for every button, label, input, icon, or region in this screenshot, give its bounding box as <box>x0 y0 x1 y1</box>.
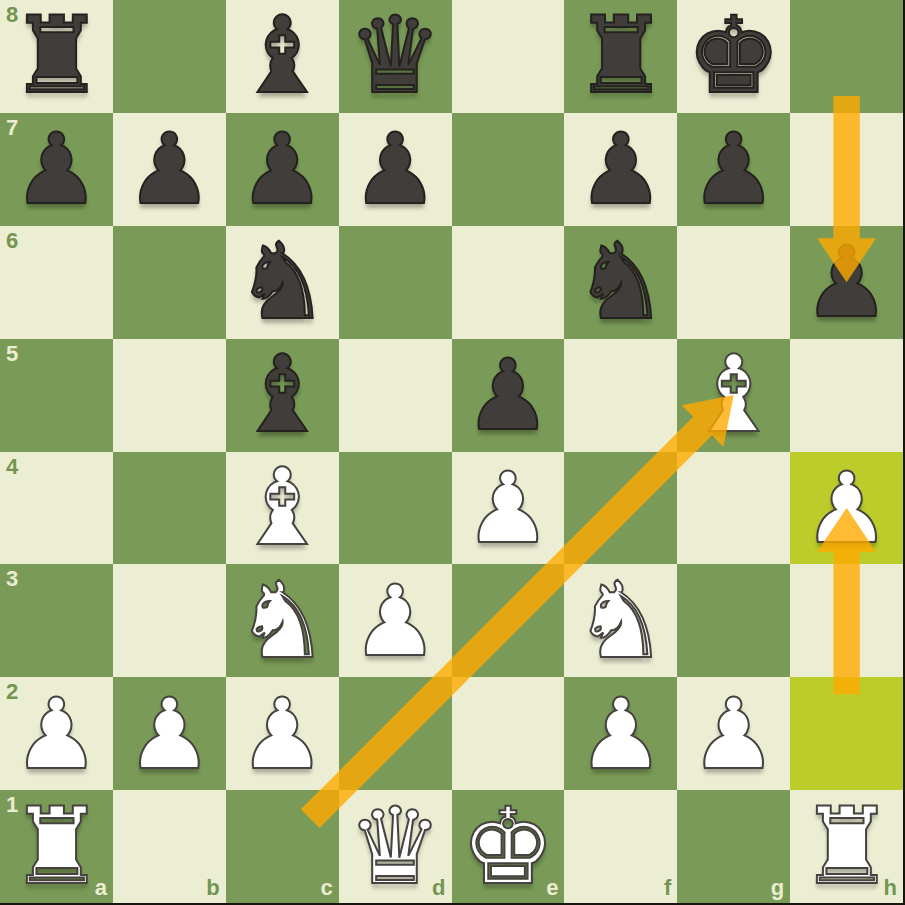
piece-white-rook[interactable]: ♜ <box>0 790 113 903</box>
piece-black-pawn[interactable]: ♟ <box>452 339 565 452</box>
coord-rank-4: 4 <box>6 456 18 478</box>
square-f7[interactable]: ♟ <box>564 113 677 226</box>
square-d4[interactable] <box>339 452 452 565</box>
square-e4[interactable]: ♟ <box>452 452 565 565</box>
square-d8[interactable]: ♛ <box>339 0 452 113</box>
square-b2[interactable]: ♟ <box>113 677 226 790</box>
piece-black-bishop[interactable]: ♝ <box>226 339 339 452</box>
square-c7[interactable]: ♟ <box>226 113 339 226</box>
square-g1[interactable]: g <box>677 790 790 903</box>
coord-file-c: c <box>320 877 332 899</box>
square-h5[interactable] <box>790 339 903 452</box>
square-a1[interactable]: 1a♜ <box>0 790 113 903</box>
square-b7[interactable]: ♟ <box>113 113 226 226</box>
square-b3[interactable] <box>113 564 226 677</box>
piece-black-pawn[interactable]: ♟ <box>113 113 226 226</box>
piece-white-pawn[interactable]: ♟ <box>0 677 113 790</box>
square-a6[interactable]: 6 <box>0 226 113 339</box>
piece-black-pawn[interactable]: ♟ <box>790 226 903 339</box>
square-b1[interactable]: b <box>113 790 226 903</box>
piece-white-rook[interactable]: ♜ <box>790 790 903 903</box>
square-g5[interactable]: ♝ <box>677 339 790 452</box>
piece-white-queen[interactable]: ♛ <box>339 790 452 903</box>
piece-black-pawn[interactable]: ♟ <box>226 113 339 226</box>
square-b4[interactable] <box>113 452 226 565</box>
piece-white-bishop[interactable]: ♝ <box>677 339 790 452</box>
square-d2[interactable] <box>339 677 452 790</box>
piece-black-pawn[interactable]: ♟ <box>339 113 452 226</box>
piece-black-pawn[interactable]: ♟ <box>677 113 790 226</box>
square-b6[interactable] <box>113 226 226 339</box>
piece-white-pawn[interactable]: ♟ <box>113 677 226 790</box>
square-h6[interactable]: ♟ <box>790 226 903 339</box>
square-a8[interactable]: 8♜ <box>0 0 113 113</box>
piece-white-bishop[interactable]: ♝ <box>226 452 339 565</box>
square-a4[interactable]: 4 <box>0 452 113 565</box>
piece-black-knight[interactable]: ♞ <box>564 226 677 339</box>
piece-black-rook[interactable]: ♜ <box>564 0 677 113</box>
square-e2[interactable] <box>452 677 565 790</box>
square-e5[interactable]: ♟ <box>452 339 565 452</box>
piece-white-pawn[interactable]: ♟ <box>452 452 565 565</box>
coord-file-f: f <box>664 877 671 899</box>
square-e8[interactable] <box>452 0 565 113</box>
square-g3[interactable] <box>677 564 790 677</box>
square-c2[interactable]: ♟ <box>226 677 339 790</box>
square-d1[interactable]: d♛ <box>339 790 452 903</box>
piece-white-knight[interactable]: ♞ <box>226 564 339 677</box>
square-f2[interactable]: ♟ <box>564 677 677 790</box>
piece-black-queen[interactable]: ♛ <box>339 0 452 113</box>
coord-rank-3: 3 <box>6 568 18 590</box>
chess-board-stage: 8♜♝♛♜♚7♟♟♟♟♟♟6♞♞♟5♝♟♝4♝♟♟3♞♟♞2♟♟♟♟♟1a♜bc… <box>0 0 905 905</box>
square-e6[interactable] <box>452 226 565 339</box>
square-h1[interactable]: h♜ <box>790 790 903 903</box>
square-b8[interactable] <box>113 0 226 113</box>
square-e1[interactable]: e♚ <box>452 790 565 903</box>
coord-file-b: b <box>206 877 219 899</box>
piece-black-rook[interactable]: ♜ <box>0 0 113 113</box>
square-h8[interactable] <box>790 0 903 113</box>
square-g6[interactable] <box>677 226 790 339</box>
square-a3[interactable]: 3 <box>0 564 113 677</box>
square-c1[interactable]: c <box>226 790 339 903</box>
square-h2[interactable] <box>790 677 903 790</box>
square-e7[interactable] <box>452 113 565 226</box>
piece-white-pawn[interactable]: ♟ <box>564 677 677 790</box>
piece-black-king[interactable]: ♚ <box>677 0 790 113</box>
square-d5[interactable] <box>339 339 452 452</box>
square-g4[interactable] <box>677 452 790 565</box>
square-f4[interactable] <box>564 452 677 565</box>
square-c3[interactable]: ♞ <box>226 564 339 677</box>
square-f1[interactable]: f <box>564 790 677 903</box>
square-c5[interactable]: ♝ <box>226 339 339 452</box>
square-h4[interactable]: ♟ <box>790 452 903 565</box>
piece-black-knight[interactable]: ♞ <box>226 226 339 339</box>
square-d7[interactable]: ♟ <box>339 113 452 226</box>
square-c8[interactable]: ♝ <box>226 0 339 113</box>
square-f5[interactable] <box>564 339 677 452</box>
square-f6[interactable]: ♞ <box>564 226 677 339</box>
square-d3[interactable]: ♟ <box>339 564 452 677</box>
piece-white-pawn[interactable]: ♟ <box>790 452 903 565</box>
square-f8[interactable]: ♜ <box>564 0 677 113</box>
coord-rank-5: 5 <box>6 343 18 365</box>
board: 8♜♝♛♜♚7♟♟♟♟♟♟6♞♞♟5♝♟♝4♝♟♟3♞♟♞2♟♟♟♟♟1a♜bc… <box>0 0 903 903</box>
square-g7[interactable]: ♟ <box>677 113 790 226</box>
square-g8[interactable]: ♚ <box>677 0 790 113</box>
square-f3[interactable]: ♞ <box>564 564 677 677</box>
square-c6[interactable]: ♞ <box>226 226 339 339</box>
piece-white-pawn[interactable]: ♟ <box>677 677 790 790</box>
coord-file-g: g <box>771 877 784 899</box>
piece-white-pawn[interactable]: ♟ <box>226 677 339 790</box>
square-a2[interactable]: 2♟ <box>0 677 113 790</box>
square-d6[interactable] <box>339 226 452 339</box>
piece-black-bishop[interactable]: ♝ <box>226 0 339 113</box>
square-e3[interactable] <box>452 564 565 677</box>
coord-rank-6: 6 <box>6 230 18 252</box>
piece-white-pawn[interactable]: ♟ <box>339 564 452 677</box>
square-c4[interactable]: ♝ <box>226 452 339 565</box>
square-a5[interactable]: 5 <box>0 339 113 452</box>
square-h3[interactable] <box>790 564 903 677</box>
piece-black-pawn[interactable]: ♟ <box>0 113 113 226</box>
square-g2[interactable]: ♟ <box>677 677 790 790</box>
piece-white-knight[interactable]: ♞ <box>564 564 677 677</box>
square-h7[interactable] <box>790 113 903 226</box>
piece-white-king[interactable]: ♚ <box>452 790 565 903</box>
square-a7[interactable]: 7♟ <box>0 113 113 226</box>
piece-black-pawn[interactable]: ♟ <box>564 113 677 226</box>
square-b5[interactable] <box>113 339 226 452</box>
